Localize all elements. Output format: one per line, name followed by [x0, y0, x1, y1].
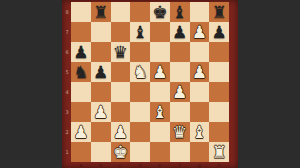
square-e7[interactable]: [150, 22, 170, 42]
square-h2[interactable]: [209, 122, 229, 142]
square-g8[interactable]: [190, 2, 210, 22]
piece-black-queen[interactable]: ♛: [111, 42, 131, 62]
square-a6[interactable]: ♟: [71, 42, 91, 62]
square-e6[interactable]: [150, 42, 170, 62]
rank-label: 4: [63, 82, 71, 102]
square-e3[interactable]: ♝: [150, 102, 170, 122]
square-c2[interactable]: ♟: [111, 122, 131, 142]
piece-white-king[interactable]: ♚: [111, 142, 131, 162]
rank-label: 2: [63, 122, 71, 142]
square-d8[interactable]: [130, 2, 150, 22]
file-label: a: [71, 162, 91, 168]
square-c5[interactable]: [111, 62, 131, 82]
rank-label: 6: [63, 42, 71, 62]
square-f3[interactable]: [170, 102, 190, 122]
rank-label: 1: [63, 142, 71, 162]
square-g4[interactable]: [190, 82, 210, 102]
piece-white-queen[interactable]: ♛: [170, 122, 190, 142]
square-d2[interactable]: [130, 122, 150, 142]
file-label: h: [209, 162, 229, 168]
piece-black-rook[interactable]: ♜: [209, 2, 229, 22]
square-g6[interactable]: [190, 42, 210, 62]
square-g7[interactable]: ♟: [190, 22, 210, 42]
piece-white-pawn[interactable]: ♟: [190, 62, 210, 82]
piece-black-pawn[interactable]: ♟: [91, 62, 111, 82]
square-b4[interactable]: [91, 82, 111, 102]
piece-white-pawn[interactable]: ♟: [150, 62, 170, 82]
piece-white-pawn[interactable]: ♟: [190, 22, 210, 42]
square-c4[interactable]: [111, 82, 131, 102]
piece-white-knight[interactable]: ♞: [130, 62, 150, 82]
piece-black-pawn[interactable]: ♟: [209, 22, 229, 42]
square-b8[interactable]: ♜: [91, 2, 111, 22]
square-b7[interactable]: [91, 22, 111, 42]
piece-black-king[interactable]: ♚: [150, 2, 170, 22]
rank-label: 5: [63, 62, 71, 82]
square-d7[interactable]: ♝: [130, 22, 150, 42]
rank-labels: 87654321: [63, 2, 71, 162]
piece-white-rook[interactable]: ♜: [209, 142, 229, 162]
piece-white-pawn[interactable]: ♟: [170, 82, 190, 102]
square-f4[interactable]: ♟: [170, 82, 190, 102]
square-f1[interactable]: [170, 142, 190, 162]
square-f7[interactable]: ♟: [170, 22, 190, 42]
square-b6[interactable]: [91, 42, 111, 62]
square-g2[interactable]: ♝: [190, 122, 210, 142]
piece-black-pawn[interactable]: ♟: [170, 22, 190, 42]
video-frame: 87654321 abcdefgh ♜♚♝♜♝♟♟♟♟♛♞♟♞♟♟♟♟♝♟♟♛♝…: [0, 0, 300, 168]
square-e4[interactable]: [150, 82, 170, 102]
chess-board[interactable]: ♜♚♝♜♝♟♟♟♟♛♞♟♞♟♟♟♟♝♟♟♛♝♚♜: [71, 2, 229, 162]
square-d6[interactable]: [130, 42, 150, 62]
piece-white-pawn[interactable]: ♟: [111, 122, 131, 142]
square-h1[interactable]: ♜: [209, 142, 229, 162]
square-h4[interactable]: [209, 82, 229, 102]
square-a4[interactable]: [71, 82, 91, 102]
file-label: g: [190, 162, 210, 168]
square-d4[interactable]: [130, 82, 150, 102]
square-e2[interactable]: [150, 122, 170, 142]
square-h7[interactable]: ♟: [209, 22, 229, 42]
square-g1[interactable]: [190, 142, 210, 162]
square-b5[interactable]: ♟: [91, 62, 111, 82]
square-a2[interactable]: ♟: [71, 122, 91, 142]
piece-black-rook[interactable]: ♜: [91, 2, 111, 22]
square-a7[interactable]: [71, 22, 91, 42]
file-label: f: [170, 162, 190, 168]
file-label: b: [91, 162, 111, 168]
square-a8[interactable]: [71, 2, 91, 22]
square-c7[interactable]: [111, 22, 131, 42]
square-h5[interactable]: [209, 62, 229, 82]
square-a3[interactable]: [71, 102, 91, 122]
piece-black-knight[interactable]: ♞: [71, 62, 91, 82]
square-b2[interactable]: [91, 122, 111, 142]
square-d3[interactable]: [130, 102, 150, 122]
chess-board-frame: 87654321 abcdefgh ♜♚♝♜♝♟♟♟♟♛♞♟♞♟♟♟♟♝♟♟♛♝…: [62, 0, 238, 168]
square-f5[interactable]: [170, 62, 190, 82]
square-b3[interactable]: ♟: [91, 102, 111, 122]
square-d1[interactable]: [130, 142, 150, 162]
square-g3[interactable]: [190, 102, 210, 122]
square-g5[interactable]: ♟: [190, 62, 210, 82]
square-a5[interactable]: ♞: [71, 62, 91, 82]
square-b1[interactable]: [91, 142, 111, 162]
square-h6[interactable]: [209, 42, 229, 62]
square-e8[interactable]: ♚: [150, 2, 170, 22]
square-a1[interactable]: [71, 142, 91, 162]
square-f8[interactable]: ♝: [170, 2, 190, 22]
square-e1[interactable]: [150, 142, 170, 162]
piece-black-pawn[interactable]: ♟: [71, 42, 91, 62]
square-f6[interactable]: [170, 42, 190, 62]
piece-white-bishop[interactable]: ♝: [150, 102, 170, 122]
piece-black-bishop[interactable]: ♝: [170, 2, 190, 22]
rank-label: 8: [63, 2, 71, 22]
piece-white-pawn[interactable]: ♟: [71, 122, 91, 142]
file-label: e: [150, 162, 170, 168]
rank-label: 3: [63, 102, 71, 122]
file-label: c: [111, 162, 131, 168]
square-e5[interactable]: ♟: [150, 62, 170, 82]
piece-white-bishop[interactable]: ♝: [190, 122, 210, 142]
file-labels: abcdefgh: [71, 162, 229, 168]
square-c1[interactable]: ♚: [111, 142, 131, 162]
square-c6[interactable]: ♛: [111, 42, 131, 62]
square-h8[interactable]: ♜: [209, 2, 229, 22]
square-c8[interactable]: [111, 2, 131, 22]
square-c3[interactable]: [111, 102, 131, 122]
rank-label: 7: [63, 22, 71, 42]
piece-white-pawn[interactable]: ♟: [91, 102, 111, 122]
file-label: d: [130, 162, 150, 168]
piece-black-bishop[interactable]: ♝: [130, 22, 150, 42]
square-h3[interactable]: [209, 102, 229, 122]
square-d5[interactable]: ♞: [130, 62, 150, 82]
square-f2[interactable]: ♛: [170, 122, 190, 142]
